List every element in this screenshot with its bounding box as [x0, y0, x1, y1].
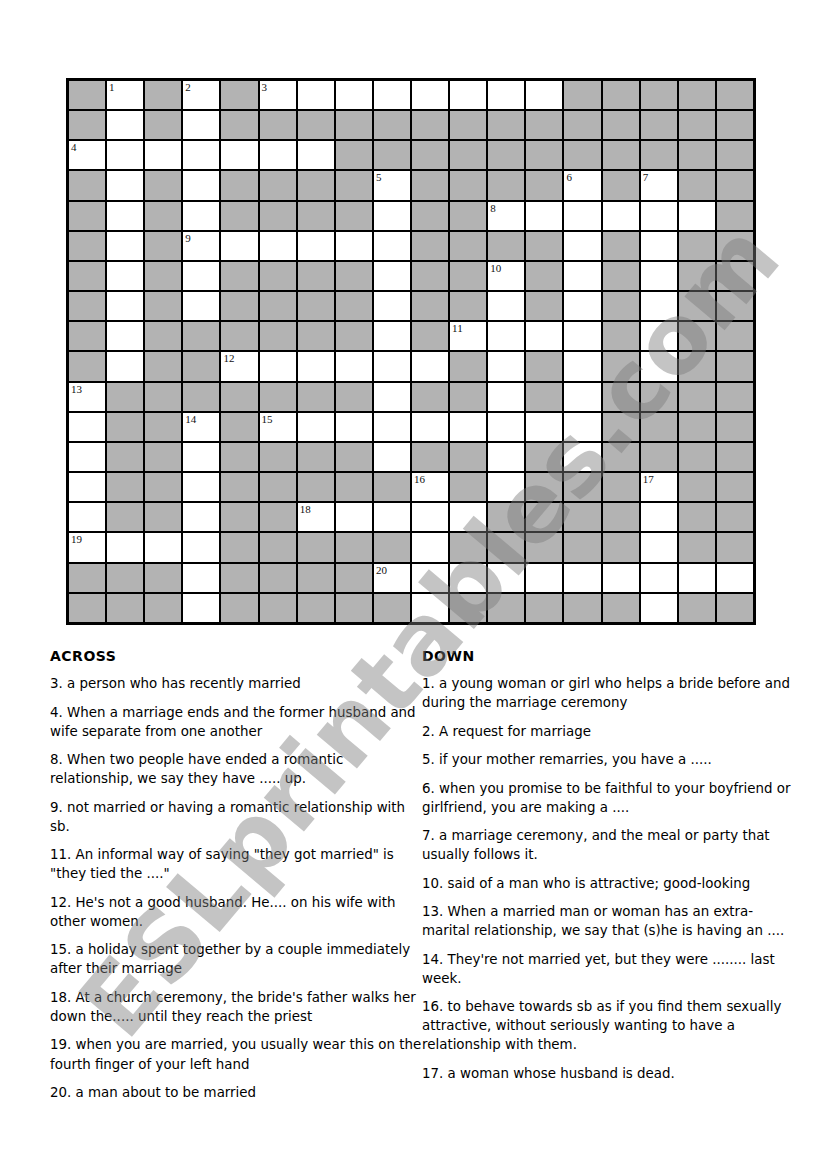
- block-cell-r15c5: [220, 502, 258, 532]
- clue-number-10: 10: [490, 262, 501, 274]
- block-cell-r17c6: [259, 563, 297, 593]
- answer-cell-r12c1[interactable]: [68, 412, 106, 442]
- answer-cell-r6c8[interactable]: [335, 231, 373, 261]
- answer-cell-r15c7[interactable]: 18: [297, 502, 335, 532]
- block-cell-r2c16: [640, 110, 678, 140]
- block-cell-r2c18: [716, 110, 754, 140]
- block-cell-r7c15: [602, 261, 640, 291]
- block-cell-r10c18: [716, 351, 754, 381]
- answer-cell-r11c9[interactable]: [373, 382, 411, 412]
- block-cell-r12c3: [144, 412, 182, 442]
- answer-cell-r1c4[interactable]: 2: [182, 80, 220, 110]
- answer-cell-r18c16[interactable]: [640, 593, 678, 623]
- down-clue-13: 13. When a married man or woman has an e…: [422, 902, 797, 940]
- answer-cell-r10c5[interactable]: 12: [220, 351, 258, 381]
- block-cell-r14c18: [716, 472, 754, 502]
- block-cell-r8c11: [449, 291, 487, 321]
- block-cell-r15c2: [106, 502, 144, 532]
- block-cell-r18c5: [220, 593, 258, 623]
- answer-cell-r6c14[interactable]: [563, 231, 601, 261]
- answer-cell-r15c4[interactable]: [182, 502, 220, 532]
- block-cell-r4c7: [297, 170, 335, 200]
- answer-cell-r3c4[interactable]: [182, 140, 220, 170]
- answer-cell-r8c4[interactable]: [182, 291, 220, 321]
- block-cell-r8c17: [678, 291, 716, 321]
- block-cell-r14c13: [525, 472, 563, 502]
- answer-cell-r6c2[interactable]: [106, 231, 144, 261]
- block-cell-r2c3: [144, 110, 182, 140]
- answer-cell-r12c11[interactable]: [449, 412, 487, 442]
- block-cell-r4c17: [678, 170, 716, 200]
- block-cell-r3c18: [716, 140, 754, 170]
- block-cell-r10c17: [678, 351, 716, 381]
- block-cell-r12c5: [220, 412, 258, 442]
- answer-cell-r12c12[interactable]: [487, 412, 525, 442]
- clue-number-15: 15: [262, 413, 273, 425]
- answer-cell-r10c12[interactable]: [487, 351, 525, 381]
- answer-cell-r14c4[interactable]: [182, 472, 220, 502]
- answer-cell-r10c6[interactable]: [259, 351, 297, 381]
- block-cell-r6c1: [68, 231, 106, 261]
- across-clue-3: 3. a person who has recently married: [50, 674, 422, 693]
- answer-cell-r12c9[interactable]: [373, 412, 411, 442]
- answer-cell-r17c9[interactable]: 20: [373, 563, 411, 593]
- clue-number-13: 13: [71, 383, 82, 395]
- block-cell-r16c17: [678, 532, 716, 562]
- block-cell-r14c14: [563, 472, 601, 502]
- answer-cell-r6c6[interactable]: [259, 231, 297, 261]
- block-cell-r14c8: [335, 472, 373, 502]
- block-cell-r13c13: [525, 442, 563, 472]
- answer-cell-r9c13[interactable]: [525, 321, 563, 351]
- answer-cell-r10c2[interactable]: [106, 351, 144, 381]
- answer-cell-r18c4[interactable]: [182, 593, 220, 623]
- answer-cell-r4c2[interactable]: [106, 170, 144, 200]
- answer-cell-r12c7[interactable]: [297, 412, 335, 442]
- block-cell-r11c4: [182, 382, 220, 412]
- answer-cell-r11c14[interactable]: [563, 382, 601, 412]
- block-cell-r3c17: [678, 140, 716, 170]
- block-cell-r13c11: [449, 442, 487, 472]
- block-cell-r11c7: [297, 382, 335, 412]
- block-cell-r4c12: [487, 170, 525, 200]
- answer-cell-r5c16[interactable]: [640, 201, 678, 231]
- block-cell-r3c11: [449, 140, 487, 170]
- answer-cell-r1c6[interactable]: 3: [259, 80, 297, 110]
- block-cell-r17c1: [68, 563, 106, 593]
- block-cell-r3c10: [411, 140, 449, 170]
- answer-cell-r6c16[interactable]: [640, 231, 678, 261]
- answer-cell-r11c12[interactable]: [487, 382, 525, 412]
- answer-cell-r7c2[interactable]: [106, 261, 144, 291]
- block-cell-r12c18: [716, 412, 754, 442]
- block-cell-r6c15: [602, 231, 640, 261]
- answer-cell-r16c10[interactable]: [411, 532, 449, 562]
- block-cell-r18c13: [525, 593, 563, 623]
- block-cell-r11c18: [716, 382, 754, 412]
- block-cell-r15c18: [716, 502, 754, 532]
- across-clue-15: 15. a holiday spent together by a couple…: [50, 940, 422, 978]
- answer-cell-r16c3[interactable]: [144, 532, 182, 562]
- answer-cell-r8c14[interactable]: [563, 291, 601, 321]
- block-cell-r3c12: [487, 140, 525, 170]
- block-cell-r8c7: [297, 291, 335, 321]
- block-cell-r7c8: [335, 261, 373, 291]
- block-cell-r4c11: [449, 170, 487, 200]
- block-cell-r18c1: [68, 593, 106, 623]
- down-clue-list: 1. a young woman or girl who helps a bri…: [422, 674, 797, 1083]
- block-cell-r17c5: [220, 563, 258, 593]
- down-clue-5: 5. if your mother remarries, you have a …: [422, 750, 797, 769]
- block-cell-r9c18: [716, 321, 754, 351]
- answer-cell-r16c2[interactable]: [106, 532, 144, 562]
- block-cell-r8c3: [144, 291, 182, 321]
- block-cell-r13c5: [220, 442, 258, 472]
- block-cell-r7c10: [411, 261, 449, 291]
- across-clue-9: 9. not married or having a romantic rela…: [50, 798, 422, 836]
- clue-number-14: 14: [185, 413, 196, 425]
- clue-number-18: 18: [300, 503, 311, 515]
- down-clue-10: 10. said of a man who is attractive; goo…: [422, 874, 797, 893]
- block-cell-r16c7: [297, 532, 335, 562]
- block-cell-r11c13: [525, 382, 563, 412]
- down-clue-16: 16. to behave towards sb as if you find …: [422, 997, 797, 1054]
- block-cell-r9c5: [220, 321, 258, 351]
- down-clue-1: 1. a young woman or girl who helps a bri…: [422, 674, 797, 712]
- answer-cell-r10c8[interactable]: [335, 351, 373, 381]
- block-cell-r17c8: [335, 563, 373, 593]
- block-cell-r4c6: [259, 170, 297, 200]
- answer-cell-r1c12[interactable]: [487, 80, 525, 110]
- block-cell-r12c17: [678, 412, 716, 442]
- block-cell-r10c1: [68, 351, 106, 381]
- answer-cell-r4c9[interactable]: 5: [373, 170, 411, 200]
- answer-cell-r8c16[interactable]: [640, 291, 678, 321]
- answer-cell-r7c9[interactable]: [373, 261, 411, 291]
- clue-number-20: 20: [376, 564, 387, 576]
- clue-number-1: 1: [109, 81, 115, 93]
- answer-cell-r12c8[interactable]: [335, 412, 373, 442]
- block-cell-r2c7: [297, 110, 335, 140]
- answer-cell-r4c4[interactable]: [182, 170, 220, 200]
- block-cell-r2c5: [220, 110, 258, 140]
- block-cell-r14c11: [449, 472, 487, 502]
- answer-cell-r17c18[interactable]: [716, 563, 754, 593]
- answer-cell-r1c13[interactable]: [525, 80, 563, 110]
- answer-cell-r4c16[interactable]: 7: [640, 170, 678, 200]
- answer-cell-r17c14[interactable]: [563, 563, 601, 593]
- clue-number-17: 17: [643, 473, 654, 485]
- answer-cell-r15c10[interactable]: [411, 502, 449, 532]
- block-cell-r12c16: [640, 412, 678, 442]
- clue-number-16: 16: [414, 473, 425, 485]
- block-cell-r2c8: [335, 110, 373, 140]
- clue-number-19: 19: [71, 533, 82, 545]
- answer-cell-r17c10[interactable]: [411, 563, 449, 593]
- block-cell-r5c11: [449, 201, 487, 231]
- answer-cell-r10c10[interactable]: [411, 351, 449, 381]
- answer-cell-r15c9[interactable]: [373, 502, 411, 532]
- block-cell-r3c9: [373, 140, 411, 170]
- block-cell-r14c17: [678, 472, 716, 502]
- answer-cell-r12c13[interactable]: [525, 412, 563, 442]
- answer-cell-r18c10[interactable]: [411, 593, 449, 623]
- block-cell-r14c9: [373, 472, 411, 502]
- answer-cell-r7c14[interactable]: [563, 261, 601, 291]
- down-heading: DOWN: [422, 648, 797, 664]
- block-cell-r18c14: [563, 593, 601, 623]
- block-cell-r4c8: [335, 170, 373, 200]
- answer-cell-r9c9[interactable]: [373, 321, 411, 351]
- block-cell-r15c6: [259, 502, 297, 532]
- block-cell-r11c15: [602, 382, 640, 412]
- block-cell-r8c18: [716, 291, 754, 321]
- block-cell-r11c5: [220, 382, 258, 412]
- answer-cell-r2c2[interactable]: [106, 110, 144, 140]
- block-cell-r13c10: [411, 442, 449, 472]
- answer-cell-r16c1[interactable]: 19: [68, 532, 106, 562]
- block-cell-r4c3: [144, 170, 182, 200]
- answer-cell-r12c6[interactable]: 15: [259, 412, 297, 442]
- answer-cell-r3c1[interactable]: 4: [68, 140, 106, 170]
- block-cell-r16c18: [716, 532, 754, 562]
- answer-cell-r13c1[interactable]: [68, 442, 106, 472]
- block-cell-r11c8: [335, 382, 373, 412]
- answer-cell-r2c4[interactable]: [182, 110, 220, 140]
- block-cell-r9c3: [144, 321, 182, 351]
- answer-cell-r1c11[interactable]: [449, 80, 487, 110]
- clue-number-4: 4: [71, 141, 77, 153]
- block-cell-r2c12: [487, 110, 525, 140]
- answer-cell-r8c9[interactable]: [373, 291, 411, 321]
- block-cell-r18c6: [259, 593, 297, 623]
- down-clue-14: 14. They're not married yet, but they we…: [422, 950, 797, 988]
- across-clue-12: 12. He's not a good husband. He.... on h…: [50, 893, 422, 931]
- clue-number-6: 6: [566, 171, 572, 183]
- answer-cell-r9c14[interactable]: [563, 321, 601, 351]
- answer-cell-r6c7[interactable]: [297, 231, 335, 261]
- answer-cell-r1c10[interactable]: [411, 80, 449, 110]
- block-cell-r18c8: [335, 593, 373, 623]
- answer-cell-r5c12[interactable]: 8: [487, 201, 525, 231]
- block-cell-r1c1: [68, 80, 106, 110]
- block-cell-r16c5: [220, 532, 258, 562]
- block-cell-r15c14: [563, 502, 601, 532]
- block-cell-r18c11: [449, 593, 487, 623]
- answer-cell-r9c11[interactable]: 11: [449, 321, 487, 351]
- block-cell-r3c15: [602, 140, 640, 170]
- answer-cell-r6c5[interactable]: [220, 231, 258, 261]
- down-clue-2: 2. A request for marriage: [422, 722, 797, 741]
- answer-cell-r9c12[interactable]: [487, 321, 525, 351]
- block-cell-r15c13: [525, 502, 563, 532]
- block-cell-r11c16: [640, 382, 678, 412]
- block-cell-r5c8: [335, 201, 373, 231]
- block-cell-r18c12: [487, 593, 525, 623]
- answer-cell-r12c14[interactable]: [563, 412, 601, 442]
- answer-cell-r9c2[interactable]: [106, 321, 144, 351]
- answer-cell-r5c9[interactable]: [373, 201, 411, 231]
- block-cell-r16c14: [563, 532, 601, 562]
- answer-cell-r14c1[interactable]: [68, 472, 106, 502]
- answer-cell-r5c17[interactable]: [678, 201, 716, 231]
- block-cell-r6c17: [678, 231, 716, 261]
- down-clue-7: 7. a marriage ceremony, and the meal or …: [422, 826, 797, 864]
- block-cell-r7c7: [297, 261, 335, 291]
- block-cell-r11c2: [106, 382, 144, 412]
- block-cell-r14c2: [106, 472, 144, 502]
- block-cell-r16c8: [335, 532, 373, 562]
- block-cell-r4c10: [411, 170, 449, 200]
- answer-cell-r5c13[interactable]: [525, 201, 563, 231]
- block-cell-r1c3: [144, 80, 182, 110]
- across-clue-list: 3. a person who has recently married4. W…: [50, 674, 422, 1102]
- answer-cell-r14c12[interactable]: [487, 472, 525, 502]
- answer-cell-r3c2[interactable]: [106, 140, 144, 170]
- block-cell-r18c17: [678, 593, 716, 623]
- answer-cell-r10c14[interactable]: [563, 351, 601, 381]
- answer-cell-r17c4[interactable]: [182, 563, 220, 593]
- answer-cell-r16c4[interactable]: [182, 532, 220, 562]
- block-cell-r15c12: [487, 502, 525, 532]
- answer-cell-r17c11[interactable]: [449, 563, 487, 593]
- answer-cell-r7c4[interactable]: [182, 261, 220, 291]
- block-cell-r13c7: [297, 442, 335, 472]
- answer-cell-r5c4[interactable]: [182, 201, 220, 231]
- answer-cell-r13c4[interactable]: [182, 442, 220, 472]
- block-cell-r13c15: [602, 442, 640, 472]
- block-cell-r11c3: [144, 382, 182, 412]
- answer-cell-r7c12[interactable]: 10: [487, 261, 525, 291]
- block-cell-r1c14: [563, 80, 601, 110]
- answer-cell-r10c16[interactable]: [640, 351, 678, 381]
- block-cell-r8c10: [411, 291, 449, 321]
- answer-cell-r16c16[interactable]: [640, 532, 678, 562]
- down-clue-6: 6. when you promise to be faithful to yo…: [422, 779, 797, 817]
- across-clue-8: 8. When two people have ended a romantic…: [50, 750, 422, 788]
- clue-number-8: 8: [490, 202, 496, 214]
- block-cell-r14c15: [602, 472, 640, 502]
- block-cell-r1c16: [640, 80, 678, 110]
- clue-number-12: 12: [223, 352, 234, 364]
- answer-cell-r4c14[interactable]: 6: [563, 170, 601, 200]
- block-cell-r1c15: [602, 80, 640, 110]
- answer-cell-r8c2[interactable]: [106, 291, 144, 321]
- answer-cell-r7c16[interactable]: [640, 261, 678, 291]
- answer-cell-r6c4[interactable]: 9: [182, 231, 220, 261]
- block-cell-r18c9: [373, 593, 411, 623]
- answer-cell-r14c10[interactable]: 16: [411, 472, 449, 502]
- block-cell-r1c17: [678, 80, 716, 110]
- block-cell-r14c6: [259, 472, 297, 502]
- answer-cell-r13c12[interactable]: [487, 442, 525, 472]
- block-cell-r8c5: [220, 291, 258, 321]
- block-cell-r16c6: [259, 532, 297, 562]
- block-cell-r13c16: [640, 442, 678, 472]
- block-cell-r1c18: [716, 80, 754, 110]
- block-cell-r2c10: [411, 110, 449, 140]
- answer-cell-r3c5[interactable]: [220, 140, 258, 170]
- answer-cell-r3c7[interactable]: [297, 140, 335, 170]
- block-cell-r7c11: [449, 261, 487, 291]
- answer-cell-r1c8[interactable]: [335, 80, 373, 110]
- block-cell-r10c11: [449, 351, 487, 381]
- answer-cell-r3c3[interactable]: [144, 140, 182, 170]
- block-cell-r13c17: [678, 442, 716, 472]
- block-cell-r14c7: [297, 472, 335, 502]
- answer-cell-r1c2[interactable]: 1: [106, 80, 144, 110]
- answer-cell-r12c10[interactable]: [411, 412, 449, 442]
- block-cell-r11c6: [259, 382, 297, 412]
- block-cell-r1c5: [220, 80, 258, 110]
- clue-number-9: 9: [185, 232, 191, 244]
- answer-cell-r5c14[interactable]: [563, 201, 601, 231]
- answer-cell-r13c9[interactable]: [373, 442, 411, 472]
- block-cell-r2c14: [563, 110, 601, 140]
- block-cell-r9c15: [602, 321, 640, 351]
- block-cell-r9c10: [411, 321, 449, 351]
- answer-cell-r15c8[interactable]: [335, 502, 373, 532]
- answer-cell-r5c2[interactable]: [106, 201, 144, 231]
- answer-cell-r1c9[interactable]: [373, 80, 411, 110]
- answer-cell-r9c16[interactable]: [640, 321, 678, 351]
- answer-cell-r13c14[interactable]: [563, 442, 601, 472]
- answer-cell-r5c15[interactable]: [602, 201, 640, 231]
- answer-cell-r14c16[interactable]: 17: [640, 472, 678, 502]
- across-clues-section: ACROSS 3. a person who has recently marr…: [50, 648, 422, 1112]
- answer-cell-r15c16[interactable]: [640, 502, 678, 532]
- block-cell-r8c1: [68, 291, 106, 321]
- block-cell-r2c6: [259, 110, 297, 140]
- block-cell-r7c5: [220, 261, 258, 291]
- block-cell-r6c18: [716, 231, 754, 261]
- block-cell-r5c3: [144, 201, 182, 231]
- block-cell-r7c17: [678, 261, 716, 291]
- answer-cell-r1c7[interactable]: [297, 80, 335, 110]
- block-cell-r13c8: [335, 442, 373, 472]
- answer-cell-r10c7[interactable]: [297, 351, 335, 381]
- answer-cell-r11c1[interactable]: 13: [68, 382, 106, 412]
- block-cell-r2c13: [525, 110, 563, 140]
- answer-cell-r17c12[interactable]: [487, 563, 525, 593]
- block-cell-r17c7: [297, 563, 335, 593]
- answer-cell-r17c13[interactable]: [525, 563, 563, 593]
- answer-cell-r3c6[interactable]: [259, 140, 297, 170]
- answer-cell-r17c16[interactable]: [640, 563, 678, 593]
- block-cell-r9c1: [68, 321, 106, 351]
- block-cell-r6c13: [525, 231, 563, 261]
- answer-cell-r15c1[interactable]: [68, 502, 106, 532]
- answer-cell-r17c17[interactable]: [678, 563, 716, 593]
- answer-cell-r8c12[interactable]: [487, 291, 525, 321]
- answer-cell-r6c9[interactable]: [373, 231, 411, 261]
- answer-cell-r17c15[interactable]: [602, 563, 640, 593]
- block-cell-r2c17: [678, 110, 716, 140]
- block-cell-r5c5: [220, 201, 258, 231]
- block-cell-r15c17: [678, 502, 716, 532]
- answer-cell-r15c11[interactable]: [449, 502, 487, 532]
- across-clue-11: 11. An informal way of saying "they got …: [50, 845, 422, 883]
- block-cell-r3c13: [525, 140, 563, 170]
- answer-cell-r10c9[interactable]: [373, 351, 411, 381]
- block-cell-r7c6: [259, 261, 297, 291]
- block-cell-r14c3: [144, 472, 182, 502]
- clue-number-3: 3: [262, 81, 268, 93]
- across-clue-20: 20. a man about to be married: [50, 1083, 422, 1102]
- answer-cell-r12c4[interactable]: 14: [182, 412, 220, 442]
- block-cell-r7c3: [144, 261, 182, 291]
- block-cell-r10c13: [525, 351, 563, 381]
